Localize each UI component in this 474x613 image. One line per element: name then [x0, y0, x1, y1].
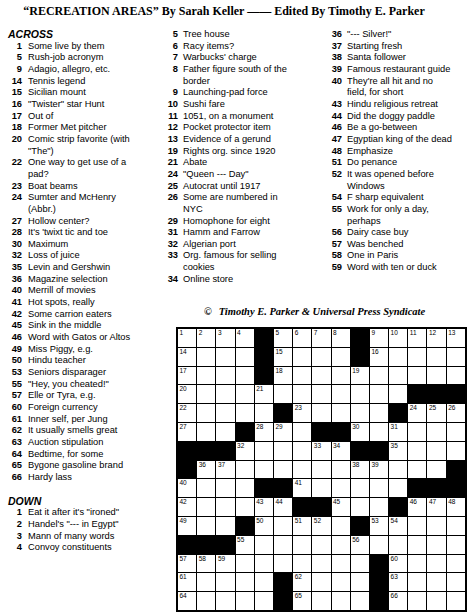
- clue-number: 65: [8, 460, 22, 472]
- grid-cell-r2c11[interactable]: 16: [370, 348, 388, 366]
- clue-text: Hot spots, really: [28, 297, 95, 309]
- clue-number: 8: [163, 64, 178, 76]
- down-clue-25: 25Autocrat until 1917: [163, 181, 295, 193]
- grid-cell-r12c5[interactable]: [255, 536, 273, 554]
- grid-cell-r10c2[interactable]: [197, 498, 215, 516]
- grid-cell-r11c6[interactable]: [274, 517, 292, 535]
- grid-cell-r6c7[interactable]: [293, 423, 311, 441]
- grid-cell-r5c7[interactable]: 23: [293, 404, 311, 422]
- grid-cell-r12c9[interactable]: [332, 536, 350, 554]
- clue-text: Hardy lass: [28, 472, 72, 484]
- grid-cell-r15c10[interactable]: [351, 592, 369, 610]
- cell-number-7: 7: [314, 329, 318, 337]
- grid-cell-r6c6[interactable]: 29: [274, 423, 292, 441]
- clue-text: Warbucks' charge: [183, 52, 257, 64]
- grid-cell-r11c9[interactable]: [332, 517, 350, 535]
- grid-cell-r1c7[interactable]: 6: [293, 329, 311, 347]
- grid-cell-r7c7[interactable]: [293, 442, 311, 460]
- clue-number: 13: [163, 134, 178, 146]
- grid-cell-r11c8[interactable]: 52: [312, 517, 330, 535]
- grid-cell-r13c7[interactable]: [293, 555, 311, 573]
- down-clue-55: 55Work for only a day, perhaps: [320, 204, 470, 227]
- grid-cell-r14c1[interactable]: 61: [178, 573, 196, 591]
- cell-number-12: 12: [429, 329, 436, 337]
- grid-cell-r1c1[interactable]: 1: [178, 329, 196, 347]
- down-clue-5: 5Tree house: [163, 29, 295, 41]
- grid-cell-r5c4[interactable]: [236, 404, 254, 422]
- grid-cell-r14c15[interactable]: [447, 573, 465, 591]
- grid-cell-r10c3[interactable]: [216, 498, 234, 516]
- grid-cell-r9c9[interactable]: [332, 479, 350, 497]
- grid-cell-r3c8[interactable]: [312, 367, 330, 385]
- crossword-grid: 1234567891011121314151617181920212223242…: [176, 327, 467, 612]
- grid-cell-r14c13[interactable]: [408, 573, 426, 591]
- grid-cell-r7c13[interactable]: [408, 442, 426, 460]
- across-clue-55: 55"Hey, you cheated!": [8, 379, 148, 391]
- grid-cell-r14c3[interactable]: [216, 573, 234, 591]
- grid-cell-r7c3-black: [216, 442, 234, 460]
- clue-text: Maximum: [28, 239, 68, 251]
- grid-cell-r12c14[interactable]: [427, 536, 445, 554]
- grid-cell-r12c2-black: [197, 536, 215, 554]
- grid-cell-r3c12[interactable]: [389, 367, 407, 385]
- clue-text: Former Met pitcher: [28, 122, 107, 134]
- across-clue-57: 57Elle or Tyra, e.g.: [8, 390, 148, 402]
- grid-cell-r12c6[interactable]: [274, 536, 292, 554]
- grid-cell-r4c3[interactable]: [216, 385, 234, 403]
- grid-cell-r3c6[interactable]: 18: [274, 367, 292, 385]
- grid-cell-r5c14[interactable]: 25: [427, 404, 445, 422]
- cell-number-64: 64: [180, 592, 187, 600]
- cell-number-58: 58: [199, 555, 206, 563]
- grid-cell-r6c4-black: [236, 423, 254, 441]
- grid-cell-r5c15[interactable]: 26: [447, 404, 465, 422]
- clue-number: 27: [8, 216, 22, 228]
- clue-number: 62: [8, 425, 22, 437]
- grid-cell-r2c13[interactable]: [408, 348, 426, 366]
- grid-cell-r14c14[interactable]: [427, 573, 445, 591]
- grid-cell-r14c9[interactable]: [332, 573, 350, 591]
- grid-cell-r14c2[interactable]: [197, 573, 215, 591]
- grid-cell-r6c12[interactable]: 31: [389, 423, 407, 441]
- clue-text: Was benched: [347, 239, 404, 251]
- grid-cell-r12c12[interactable]: [389, 536, 407, 554]
- grid-cell-r3c3[interactable]: [216, 367, 234, 385]
- grid-cell-r1c4[interactable]: 4: [236, 329, 254, 347]
- grid-cell-r1c9[interactable]: 8: [332, 329, 350, 347]
- grid-cell-r7c12[interactable]: 35: [389, 442, 407, 460]
- grid-cell-r5c5[interactable]: [255, 404, 273, 422]
- page-title: “RECREATION AREAS” By Sarah Keller —— Ed…: [0, 4, 448, 19]
- grid-cell-r15c1[interactable]: 64: [178, 592, 196, 610]
- grid-cell-r10c4[interactable]: [236, 498, 254, 516]
- grid-cell-r11c3[interactable]: [216, 517, 234, 535]
- cell-number-25: 25: [429, 404, 436, 412]
- grid-cell-r3c4[interactable]: [236, 367, 254, 385]
- grid-cell-r6c10[interactable]: 30: [351, 423, 369, 441]
- grid-cell-r1c15[interactable]: 13: [447, 329, 465, 347]
- across-clue-62: 62It usually smells great: [8, 425, 148, 437]
- grid-cell-r2c9[interactable]: [332, 348, 350, 366]
- grid-cell-r12c7[interactable]: [293, 536, 311, 554]
- grid-cell-r15c12[interactable]: 66: [389, 592, 407, 610]
- grid-cell-r13c4[interactable]: [236, 555, 254, 573]
- clue-text: Mann of many words: [28, 531, 114, 543]
- grid-cell-r8c14[interactable]: [427, 461, 445, 479]
- grid-cell-r7c2-black: [197, 442, 215, 460]
- cell-number-44: 44: [275, 498, 282, 506]
- cell-number-21: 21: [256, 385, 263, 393]
- clue-text: Pocket protector item: [183, 122, 271, 134]
- grid-cell-r1c6[interactable]: 5: [274, 329, 292, 347]
- clue-number: 48: [320, 146, 342, 158]
- grid-cell-r2c14[interactable]: [427, 348, 445, 366]
- grid-cell-r8c10[interactable]: 38: [351, 461, 369, 479]
- clue-text: Rush-job acronym: [28, 52, 103, 64]
- grid-cell-r15c4[interactable]: [236, 592, 254, 610]
- grid-cell-r9c8[interactable]: [312, 479, 330, 497]
- cell-number-59: 59: [218, 555, 225, 563]
- grid-cell-r6c5[interactable]: 28: [255, 423, 273, 441]
- grid-cell-r2c7[interactable]: [293, 348, 311, 366]
- grid-cell-r8c5[interactable]: [255, 461, 273, 479]
- grid-cell-r2c2[interactable]: [197, 348, 215, 366]
- cell-number-2: 2: [199, 329, 203, 337]
- grid-cell-r13c2[interactable]: 58: [197, 555, 215, 573]
- grid-cell-r11c2[interactable]: [197, 517, 215, 535]
- grid-cell-r6c2[interactable]: [197, 423, 215, 441]
- grid-cell-r4c4[interactable]: [236, 385, 254, 403]
- across-clue-28: 28It's 'twixt tic and toe: [8, 227, 148, 239]
- grid-cell-r8c7[interactable]: [293, 461, 311, 479]
- grid-cell-r12c4[interactable]: 55: [236, 536, 254, 554]
- across-clue-15: 15Sicilian mount: [8, 87, 148, 99]
- clue-number: 32: [8, 250, 22, 262]
- grid-cell-r7c5[interactable]: [255, 442, 273, 460]
- grid-cell-r3c11[interactable]: [370, 367, 388, 385]
- grid-cell-r4c8[interactable]: [312, 385, 330, 403]
- grid-cell-r13c14[interactable]: [427, 555, 445, 573]
- grid-cell-r9c10[interactable]: [351, 479, 369, 497]
- grid-cell-r7c14[interactable]: [427, 442, 445, 460]
- grid-cell-r10c5[interactable]: 43: [255, 498, 273, 516]
- grid-cell-r9c3[interactable]: [216, 479, 234, 497]
- clue-text: Do penance: [347, 157, 397, 169]
- across-clue-45: 45Sink in the middle: [8, 320, 148, 332]
- clue-number: 4: [8, 542, 22, 554]
- down-clue-list-part3: 36"--- Silver!"37Starting fresh38Santa f…: [320, 29, 470, 274]
- grid-cell-r7c4[interactable]: 32: [236, 442, 254, 460]
- clue-text: Sink in the middle: [28, 320, 101, 332]
- clue-text: 1051, on a monument: [183, 111, 273, 123]
- down-clue-46: 46Be a go-between: [320, 122, 470, 134]
- grid-cell-r13c12[interactable]: 60: [389, 555, 407, 573]
- grid-cell-r12c13[interactable]: [408, 536, 426, 554]
- clue-number: 52: [320, 169, 342, 181]
- grid-cell-r7c6[interactable]: [274, 442, 292, 460]
- grid-cell-r10c6[interactable]: 44: [274, 498, 292, 516]
- grid-cell-r13c10[interactable]: [351, 555, 369, 573]
- grid-cell-r4c6[interactable]: [274, 385, 292, 403]
- grid-cell-r8c6[interactable]: [274, 461, 292, 479]
- grid-cell-r12c15[interactable]: [447, 536, 465, 554]
- grid-cell-r5c8[interactable]: [312, 404, 330, 422]
- grid-cell-r6c14[interactable]: [427, 423, 445, 441]
- grid-cell-r14c5[interactable]: [255, 573, 273, 591]
- grid-cell-r15c8[interactable]: [312, 592, 330, 610]
- grid-cell-r15c2[interactable]: [197, 592, 215, 610]
- grid-cell-r1c14[interactable]: 12: [427, 329, 445, 347]
- grid-cell-r3c15[interactable]: [447, 367, 465, 385]
- grid-cell-r5c10[interactable]: [351, 404, 369, 422]
- grid-cell-r9c7[interactable]: 41: [293, 479, 311, 497]
- cell-number-3: 3: [218, 329, 222, 337]
- down-clue-19: 19Rights org. since 1920: [163, 146, 295, 158]
- grid-cell-r11c11[interactable]: 53: [370, 517, 388, 535]
- clue-number: 64: [8, 449, 22, 461]
- grid-cell-r8c2[interactable]: 36: [197, 461, 215, 479]
- grid-cell-r12c8[interactable]: [312, 536, 330, 554]
- clue-text: Famous restaurant guide: [347, 64, 450, 76]
- clue-number: 14: [8, 76, 22, 88]
- clue-number: 40: [8, 285, 22, 297]
- grid-cell-r4c10[interactable]: [351, 385, 369, 403]
- grid-cell-r2c4[interactable]: [236, 348, 254, 366]
- grid-cell-r1c2[interactable]: 2: [197, 329, 215, 347]
- grid-cell-r13c6[interactable]: [274, 555, 292, 573]
- grid-cell-r8c3[interactable]: 37: [216, 461, 234, 479]
- cell-number-33: 33: [314, 442, 321, 450]
- grid-cell-r10c15[interactable]: 48: [447, 498, 465, 516]
- grid-cell-r2c15[interactable]: [447, 348, 465, 366]
- down-clue-1: 1Eat it after it's "ironed": [8, 507, 148, 519]
- cell-number-46: 46: [410, 498, 417, 506]
- grid-cell-r6c1[interactable]: 27: [178, 423, 196, 441]
- grid-cell-r11c12[interactable]: 54: [389, 517, 407, 535]
- grid-cell-r11c7[interactable]: 51: [293, 517, 311, 535]
- cell-number-15: 15: [275, 348, 282, 356]
- clue-text: Out of: [28, 111, 53, 123]
- grid-cell-r8c4[interactable]: [236, 461, 254, 479]
- grid-cell-r9c4[interactable]: [236, 479, 254, 497]
- across-clue-53: 53Seniors disparager: [8, 367, 148, 379]
- grid-cell-r13c5[interactable]: [255, 555, 273, 573]
- grid-cell-r15c11-black: [370, 592, 388, 610]
- grid-cell-r5c3[interactable]: [216, 404, 234, 422]
- grid-cell-r2c1[interactable]: 14: [178, 348, 196, 366]
- grid-cell-r7c15[interactable]: [447, 442, 465, 460]
- clue-number: 60: [8, 402, 22, 414]
- grid-cell-r5c9[interactable]: [332, 404, 350, 422]
- cell-number-41: 41: [295, 479, 302, 487]
- down-clue-8: 8Father figure south of the border: [163, 64, 295, 87]
- across-clue-22: 22One way to get use of a pad?: [8, 157, 148, 180]
- grid-cell-r2c6[interactable]: 15: [274, 348, 292, 366]
- across-clue-30: 30Maximum: [8, 239, 148, 251]
- grid-cell-r3c13[interactable]: [408, 367, 426, 385]
- cell-number-62: 62: [295, 573, 302, 581]
- grid-cell-r4c1[interactable]: 20: [178, 385, 196, 403]
- cell-number-39: 39: [371, 461, 378, 469]
- grid-cell-r15c7[interactable]: 65: [293, 592, 311, 610]
- cell-number-36: 36: [199, 461, 206, 469]
- grid-cell-r3c7[interactable]: [293, 367, 311, 385]
- down-clue-37: 37Starting fresh: [320, 41, 470, 53]
- clue-number: 10: [163, 99, 178, 111]
- grid-cell-r9c1[interactable]: 40: [178, 479, 196, 497]
- grid-cell-r4c5[interactable]: 21: [255, 385, 273, 403]
- across-clue-24: 24Sumter and McHenry (Abbr.): [8, 192, 148, 215]
- grid-cell-r9c2[interactable]: [197, 479, 215, 497]
- across-clue-32: 32Loss of juice: [8, 250, 148, 262]
- grid-cell-r5c13[interactable]: 24: [408, 404, 426, 422]
- grid-cell-r13c9[interactable]: [332, 555, 350, 573]
- grid-cell-r5c1[interactable]: 22: [178, 404, 196, 422]
- down-clue-58: 58One in Paris: [320, 250, 470, 262]
- cell-number-47: 47: [429, 498, 436, 506]
- grid-cell-r10c9[interactable]: 45: [332, 498, 350, 516]
- clue-number: 58: [320, 250, 342, 262]
- grid-cell-r7c8[interactable]: 33: [312, 442, 330, 460]
- grid-cell-r2c12[interactable]: [389, 348, 407, 366]
- grid-cell-r1c8[interactable]: 7: [312, 329, 330, 347]
- grid-cell-r13c1[interactable]: 57: [178, 555, 196, 573]
- grid-cell-r6c15[interactable]: [447, 423, 465, 441]
- grid-cell-r10c1[interactable]: 42: [178, 498, 196, 516]
- clue-text: Org. famous for selling cookies: [183, 250, 289, 273]
- grid-cell-r8c1-black: [178, 461, 196, 479]
- grid-cell-r15c5[interactable]: [255, 592, 273, 610]
- grid-cell-r13c8[interactable]: [312, 555, 330, 573]
- grid-cell-r13c15[interactable]: [447, 555, 465, 573]
- clue-text: Bedtime, for some: [28, 449, 103, 461]
- clue-text: Loss of juice: [28, 250, 80, 262]
- grid-cell-r15c6-black: [274, 592, 292, 610]
- grid-cell-r4c13-black: [408, 385, 426, 403]
- grid-cell-r14c12[interactable]: 63: [389, 573, 407, 591]
- clue-number: 20: [8, 134, 22, 146]
- grid-cell-r10c14[interactable]: 47: [427, 498, 445, 516]
- grid-cell-r13c3[interactable]: 59: [216, 555, 234, 573]
- grid-cell-r11c14[interactable]: [427, 517, 445, 535]
- cell-number-66: 66: [391, 592, 398, 600]
- grid-cell-r15c15[interactable]: [447, 592, 465, 610]
- grid-cell-r8c11[interactable]: 39: [370, 461, 388, 479]
- grid-cell-r13c13[interactable]: [408, 555, 426, 573]
- grid-cell-r11c1[interactable]: 49: [178, 517, 196, 535]
- cell-number-65: 65: [295, 592, 302, 600]
- down-clue-40: 40They're all hit and no field, for shor…: [320, 76, 470, 99]
- grid-cell-r15c13[interactable]: [408, 592, 426, 610]
- grid-cell-r3c10[interactable]: 19: [351, 367, 369, 385]
- grid-cell-r11c5[interactable]: 50: [255, 517, 273, 535]
- grid-cell-r8c8[interactable]: [312, 461, 330, 479]
- grid-cell-r8c13[interactable]: [408, 461, 426, 479]
- clue-text: Rights org. since 1920: [183, 146, 276, 158]
- grid-cell-r4c11[interactable]: [370, 385, 388, 403]
- cell-number-16: 16: [371, 348, 378, 356]
- clue-number: 7: [163, 52, 178, 64]
- grid-cell-r12c11[interactable]: [370, 536, 388, 554]
- grid-cell-r3c2[interactable]: [197, 367, 215, 385]
- grid-cell-r2c3[interactable]: [216, 348, 234, 366]
- grid-cell-r1c12[interactable]: 10: [389, 329, 407, 347]
- grid-cell-r4c9[interactable]: [332, 385, 350, 403]
- grid-cell-r5c11[interactable]: [370, 404, 388, 422]
- grid-cell-r8c9[interactable]: [332, 461, 350, 479]
- clue-text: One way to get use of a pad?: [28, 157, 138, 180]
- grid-cell-r11c15[interactable]: [447, 517, 465, 535]
- down-clue-43: 43Hindu religious retreat: [320, 99, 470, 111]
- cell-number-43: 43: [256, 498, 263, 506]
- grid-cell-r3c14[interactable]: [427, 367, 445, 385]
- grid-cell-r11c13[interactable]: [408, 517, 426, 535]
- clue-number: 16: [8, 99, 22, 111]
- grid-cell-r9c11[interactable]: [370, 479, 388, 497]
- grid-cell-r1c3[interactable]: 3: [216, 329, 234, 347]
- across-clue-1: 1Some live by them: [8, 41, 148, 53]
- across-clue-36: 36Magazine selection: [8, 274, 148, 286]
- cell-number-26: 26: [448, 404, 455, 412]
- grid-cell-r9c12[interactable]: [389, 479, 407, 497]
- grid-cell-r14c10[interactable]: [351, 573, 369, 591]
- grid-cell-r10c11[interactable]: [370, 498, 388, 516]
- clue-text: Levin and Gershwin: [28, 262, 110, 274]
- cell-number-18: 18: [275, 367, 282, 375]
- clue-text: Homophone for eight: [183, 216, 270, 228]
- clue-text: Father figure south of the border: [183, 64, 289, 87]
- grid-cell-r10c7-black: [293, 498, 311, 516]
- grid-cell-r4c14-black: [427, 385, 445, 403]
- grid-cell-r15c14[interactable]: [427, 592, 445, 610]
- grid-cell-r6c3[interactable]: [216, 423, 234, 441]
- clue-text: Work for only a day, perhaps: [347, 204, 453, 227]
- grid-cell-r3c1[interactable]: 17: [178, 367, 196, 385]
- grid-cell-r4c12[interactable]: [389, 385, 407, 403]
- grid-cell-r10c10[interactable]: [351, 498, 369, 516]
- clue-text: Tennis legend: [28, 76, 85, 88]
- cell-number-5: 5: [275, 329, 279, 337]
- grid-cell-r8c12[interactable]: [389, 461, 407, 479]
- grid-cell-r14c4[interactable]: [236, 573, 254, 591]
- grid-cell-r15c9[interactable]: [332, 592, 350, 610]
- grid-cell-r3c9[interactable]: [332, 367, 350, 385]
- grid-cell-r2c8[interactable]: [312, 348, 330, 366]
- clue-text: Hamm and Farrow: [183, 227, 260, 239]
- grid-cell-r12c10[interactable]: 56: [351, 536, 369, 554]
- clue-number: 11: [163, 111, 178, 123]
- grid-cell-r14c11-black: [370, 573, 388, 591]
- grid-cell-r4c2[interactable]: [197, 385, 215, 403]
- grid-cell-r6c11[interactable]: [370, 423, 388, 441]
- grid-cell-r15c3[interactable]: [216, 592, 234, 610]
- grid-cell-r1c13[interactable]: 11: [408, 329, 426, 347]
- grid-cell-r1c10-black: [351, 329, 369, 347]
- grid-cell-r7c9[interactable]: 34: [332, 442, 350, 460]
- grid-cell-r10c13[interactable]: 46: [408, 498, 426, 516]
- clue-text: It usually smells great: [28, 425, 117, 437]
- grid-cell-r1c11[interactable]: 9: [370, 329, 388, 347]
- grid-cell-r6c13[interactable]: [408, 423, 426, 441]
- clue-text: Sumter and McHenry (Abbr.): [28, 192, 138, 215]
- grid-cell-r14c8[interactable]: [312, 573, 330, 591]
- grid-cell-r4c7[interactable]: [293, 385, 311, 403]
- down-clue-4: 4Convoy constituents: [8, 542, 148, 554]
- down-clue-34: 34Online store: [163, 274, 295, 286]
- grid-cell-r14c7[interactable]: 62: [293, 573, 311, 591]
- grid-cell-r5c2[interactable]: [197, 404, 215, 422]
- cell-number-51: 51: [295, 517, 302, 525]
